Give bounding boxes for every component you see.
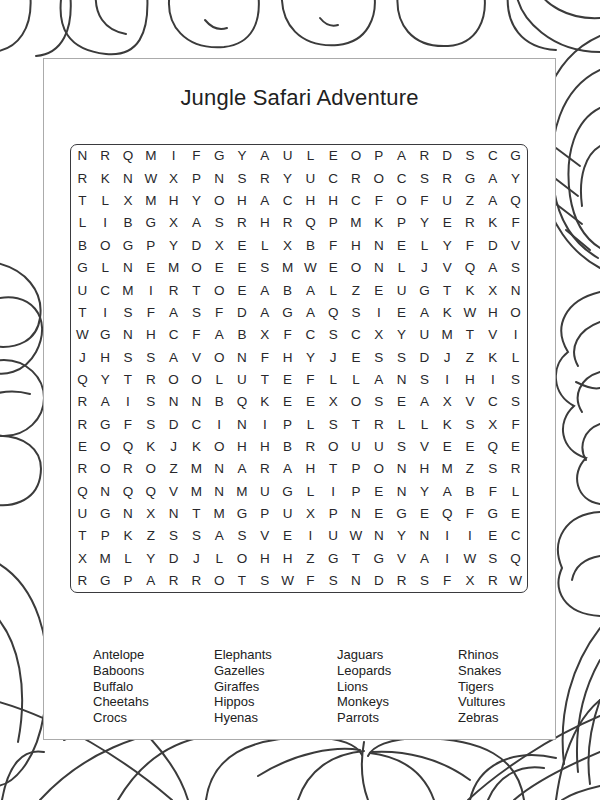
grid-cell: W (299, 257, 322, 279)
grid-cell: C (481, 391, 504, 413)
word-bank-item: Vultures (458, 694, 505, 710)
grid-cell: O (208, 570, 231, 592)
grid-cell: E (436, 212, 459, 234)
grid-cell: F (253, 346, 276, 368)
puzzle-card: Jungle Safari Adventure NRQMIFGYAULEOPAR… (43, 58, 556, 740)
grid-cell: C (345, 324, 368, 346)
grid-cell: E (299, 391, 322, 413)
word-bank-item: Snakes (458, 663, 505, 679)
grid-cell: G (139, 212, 162, 234)
grid-cell: E (390, 391, 413, 413)
grid-cell: Q (139, 480, 162, 502)
grid-cell: S (459, 145, 482, 167)
grid-cell: J (162, 436, 185, 458)
grid-cell: T (345, 547, 368, 569)
grid-cell: H (459, 369, 482, 391)
grid-cell: N (390, 369, 413, 391)
grid-cell: N (367, 525, 390, 547)
grid-cell: G (322, 547, 345, 569)
grid-cell: S (322, 413, 345, 435)
grid-cell: R (345, 167, 368, 189)
grid-cell: C (390, 167, 413, 189)
word-bank-item: Monkeys (337, 694, 391, 710)
grid-cell: Z (459, 190, 482, 212)
grid-cell: O (208, 436, 231, 458)
grid-cell: B (276, 279, 299, 301)
grid-cell: T (71, 525, 94, 547)
word-bank-item: Jaguars (337, 647, 391, 663)
grid-cell: N (162, 503, 185, 525)
grid-cell: H (345, 234, 368, 256)
grid-cell: E (413, 503, 436, 525)
grid-cell: S (231, 525, 254, 547)
grid-cell: O (345, 391, 368, 413)
grid-cell: L (322, 369, 345, 391)
grid-cell: P (94, 525, 117, 547)
grid-cell: I (436, 369, 459, 391)
grid-cell: R (94, 145, 117, 167)
grid-cell: Q (231, 391, 254, 413)
grid-cell: U (276, 145, 299, 167)
grid-cell: P (322, 503, 345, 525)
grid-cell: M (117, 279, 140, 301)
grid-cell: F (117, 413, 140, 435)
grid-cell: L (117, 547, 140, 569)
grid-cell: N (367, 257, 390, 279)
grid-cell: R (390, 570, 413, 592)
grid-cell: A (299, 279, 322, 301)
grid-cell: N (345, 570, 368, 592)
grid-cell: O (185, 257, 208, 279)
grid-cell: P (322, 212, 345, 234)
grid-cell: R (117, 458, 140, 480)
grid-cell: R (481, 570, 504, 592)
grid-cell: H (231, 190, 254, 212)
grid-cell: S (253, 257, 276, 279)
grid-cell: X (459, 570, 482, 592)
grid-cell: S (390, 436, 413, 458)
grid-cell: V (390, 547, 413, 569)
grid-cell: X (367, 324, 390, 346)
grid-cell: O (504, 301, 527, 323)
grid-cell: Q (299, 212, 322, 234)
grid-cell: A (253, 145, 276, 167)
grid-cell: I (436, 525, 459, 547)
grid-cell: H (276, 547, 299, 569)
grid-cell: M (185, 480, 208, 502)
grid-cell: G (504, 145, 527, 167)
word-bank-item: Zebras (458, 710, 505, 726)
grid-cell: R (504, 458, 527, 480)
grid-cell: E (208, 257, 231, 279)
grid-cell: R (71, 167, 94, 189)
grid-cell: L (390, 413, 413, 435)
grid-cell: Z (459, 346, 482, 368)
grid-cell: S (117, 301, 140, 323)
grid-cell: G (413, 279, 436, 301)
grid-cell: P (276, 413, 299, 435)
grid-cell: O (322, 436, 345, 458)
word-bank-column-4: RhinosSnakesTigersVulturesZebras (458, 647, 505, 726)
grid-cell: H (253, 547, 276, 569)
grid-cell: J (185, 547, 208, 569)
grid-cell: L (208, 369, 231, 391)
grid-cell: X (162, 167, 185, 189)
grid-cell: Y (299, 346, 322, 368)
grid-cell: S (413, 570, 436, 592)
grid-cell: S (139, 413, 162, 435)
grid-cell: P (345, 458, 368, 480)
grid-cell: B (231, 324, 254, 346)
grid-cell: U (322, 525, 345, 547)
word-bank-item: Gazelles (214, 663, 272, 679)
grid-cell: S (390, 346, 413, 368)
grid-cell: J (413, 257, 436, 279)
grid-cell: M (276, 257, 299, 279)
grid-cell: X (276, 234, 299, 256)
grid-cell: W (71, 324, 94, 346)
grid-cell: G (390, 503, 413, 525)
grid-cell: K (185, 436, 208, 458)
grid-cell: S (117, 346, 140, 368)
grid-cell: E (71, 436, 94, 458)
grid-cell: N (504, 279, 527, 301)
grid-cell: E (367, 503, 390, 525)
grid-cell: C (299, 324, 322, 346)
grid-cell: U (436, 190, 459, 212)
grid-cell: F (459, 503, 482, 525)
grid-cell: A (481, 257, 504, 279)
grid-cell: H (481, 301, 504, 323)
grid-cell: M (94, 547, 117, 569)
grid-cell: L (299, 145, 322, 167)
grid-cell: M (139, 145, 162, 167)
grid-cell: O (208, 279, 231, 301)
grid-cell: P (185, 167, 208, 189)
grid-cell: B (117, 212, 140, 234)
grid-cell: H (253, 212, 276, 234)
grid-cell: P (390, 212, 413, 234)
grid-cell: E (504, 503, 527, 525)
grid-cell: R (162, 570, 185, 592)
grid-cell: E (436, 436, 459, 458)
grid-cell: U (71, 279, 94, 301)
grid-cell: Q (71, 480, 94, 502)
grid-cell: R (253, 167, 276, 189)
grid-cell: I (208, 413, 231, 435)
grid-cell: C (481, 145, 504, 167)
grid-cell: Y (413, 480, 436, 502)
grid-cell: W (504, 570, 527, 592)
grid-cell: V (504, 234, 527, 256)
grid-cell: S (367, 391, 390, 413)
grid-cell: X (71, 547, 94, 569)
grid-cell: Z (459, 458, 482, 480)
grid-cell: N (71, 145, 94, 167)
grid-cell: F (459, 234, 482, 256)
grid-cell: G (481, 503, 504, 525)
grid-cell: O (94, 458, 117, 480)
grid-cell: T (185, 279, 208, 301)
grid-cell: X (117, 190, 140, 212)
grid-cell: Y (185, 190, 208, 212)
grid-cell: Q (117, 480, 140, 502)
grid-cell: T (71, 190, 94, 212)
grid-cell: O (231, 547, 254, 569)
word-bank-item: Baboons (93, 663, 149, 679)
grid-cell: E (481, 525, 504, 547)
grid-cell: E (459, 436, 482, 458)
grid-cell: S (139, 346, 162, 368)
grid-cell: J (71, 346, 94, 368)
grid-cell: B (276, 436, 299, 458)
grid-cell: Y (231, 145, 254, 167)
grid-cell: U (71, 503, 94, 525)
grid-cell: R (185, 570, 208, 592)
grid-cell: I (94, 212, 117, 234)
grid-cell: N (345, 503, 368, 525)
grid-cell: E (367, 279, 390, 301)
grid-cell: N (117, 167, 140, 189)
grid-cell: A (253, 279, 276, 301)
grid-cell: G (276, 480, 299, 502)
grid-cell: C (94, 279, 117, 301)
grid-cell: M (436, 458, 459, 480)
grid-cell: B (459, 480, 482, 502)
grid-cell: C (504, 525, 527, 547)
grid-cell: F (208, 301, 231, 323)
grid-cell: O (208, 346, 231, 368)
grid-cell: D (413, 346, 436, 368)
grid-cell: E (504, 436, 527, 458)
grid-cell: T (185, 503, 208, 525)
word-bank-item: Cheetahs (93, 694, 149, 710)
grid-cell: L (504, 346, 527, 368)
grid-cell: N (367, 234, 390, 256)
grid-cell: S (162, 525, 185, 547)
grid-cell: H (299, 190, 322, 212)
grid-cell: J (436, 346, 459, 368)
grid-cell: Z (162, 458, 185, 480)
grid-cell: F (299, 570, 322, 592)
word-bank-item: Lions (337, 679, 391, 695)
grid-cell: P (117, 570, 140, 592)
grid-cell: A (413, 301, 436, 323)
grid-cell: O (390, 190, 413, 212)
grid-cell: R (139, 369, 162, 391)
grid-cell: O (139, 458, 162, 480)
grid-cell: H (94, 346, 117, 368)
grid-cell: X (322, 391, 345, 413)
grid-cell: X (162, 212, 185, 234)
word-bank-item: Antelope (93, 647, 149, 663)
grid-cell: I (139, 279, 162, 301)
grid-cell: S (481, 458, 504, 480)
grid-cell: O (185, 369, 208, 391)
grid-cell: F (185, 145, 208, 167)
grid-cell: E (367, 480, 390, 502)
grid-cell: W (276, 570, 299, 592)
grid-cell: L (71, 212, 94, 234)
grid-cell: R (436, 167, 459, 189)
grid-cell: S (322, 324, 345, 346)
grid-cell: S (413, 167, 436, 189)
grid-cell: T (322, 458, 345, 480)
grid-cell: C (322, 167, 345, 189)
grid-cell: F (367, 190, 390, 212)
word-bank-item: Parrots (337, 710, 391, 726)
grid-cell: R (71, 570, 94, 592)
grid-cell: H (276, 346, 299, 368)
grid-cell: S (504, 257, 527, 279)
grid-cell: A (481, 167, 504, 189)
grid-cell: S (459, 413, 482, 435)
grid-cell: S (139, 391, 162, 413)
grid-cell: A (231, 458, 254, 480)
grid-cell: O (94, 234, 117, 256)
grid-cell: N (208, 480, 231, 502)
grid-cell: Z (139, 525, 162, 547)
grid-cell: Z (345, 279, 368, 301)
grid-cell: I (162, 145, 185, 167)
grid-cell: E (231, 257, 254, 279)
grid-cell: U (253, 480, 276, 502)
grid-cell: U (413, 324, 436, 346)
grid-cell: G (231, 503, 254, 525)
grid-cell: I (253, 413, 276, 435)
grid-cell: N (231, 413, 254, 435)
grid-cell: G (71, 257, 94, 279)
grid-cell: N (413, 525, 436, 547)
word-bank-item: Leopards (337, 663, 391, 679)
grid-cell: H (413, 458, 436, 480)
grid-cell: F (504, 212, 527, 234)
grid-cell: S (481, 547, 504, 569)
grid-cell: P (253, 503, 276, 525)
word-bank-item: Crocs (93, 710, 149, 726)
grid-cell: R (276, 212, 299, 234)
grid-cell: N (117, 324, 140, 346)
grid-cell: I (504, 324, 527, 346)
grid-cell: D (367, 570, 390, 592)
grid-cell: A (413, 547, 436, 569)
grid-cell: E (276, 525, 299, 547)
grid-cell: X (481, 413, 504, 435)
word-bank-column-3: JaguarsLeopardsLionsMonkeysParrots (337, 647, 391, 726)
grid-cell: K (367, 212, 390, 234)
word-bank-item: Hippos (214, 694, 272, 710)
grid-cell: I (299, 525, 322, 547)
grid-cell: C (345, 190, 368, 212)
grid-cell: U (231, 369, 254, 391)
grid-cell: Y (139, 547, 162, 569)
grid-cell: K (253, 391, 276, 413)
grid-cell: I (322, 480, 345, 502)
grid-cell: P (345, 480, 368, 502)
grid-cell: R (162, 279, 185, 301)
grid-cell: D (231, 301, 254, 323)
grid-cell: W (345, 525, 368, 547)
grid-cell: X (208, 234, 231, 256)
grid-cell: Q (436, 503, 459, 525)
grid-cell: A (436, 480, 459, 502)
grid-cell: L (322, 279, 345, 301)
grid-cell: R (299, 436, 322, 458)
grid-cell: L (390, 257, 413, 279)
grid-cell: L (413, 413, 436, 435)
grid-cell: S (208, 212, 231, 234)
grid-cell: W (459, 301, 482, 323)
grid-cell: T (117, 369, 140, 391)
grid-cell: Q (481, 436, 504, 458)
grid-cell: E (276, 369, 299, 391)
grid-cell: V (253, 525, 276, 547)
grid-cell: U (345, 436, 368, 458)
grid-cell: A (94, 391, 117, 413)
grid-cell: S (504, 391, 527, 413)
grid-cell: N (208, 167, 231, 189)
grid-cell: X (253, 324, 276, 346)
grid-cell: O (345, 145, 368, 167)
grid-cell: U (276, 503, 299, 525)
word-bank-item: Tigers (458, 679, 505, 695)
grid-cell: E (345, 346, 368, 368)
grid-cell: T (71, 301, 94, 323)
grid-cell: W (459, 547, 482, 569)
grid-cell: D (436, 145, 459, 167)
grid-cell: X (481, 279, 504, 301)
grid-cell: F (322, 234, 345, 256)
grid-cell: K (481, 346, 504, 368)
grid-cell: R (367, 413, 390, 435)
grid-cell: G (276, 301, 299, 323)
grid-cell: S (185, 301, 208, 323)
grid-cell: V (436, 257, 459, 279)
grid-cell: K (94, 167, 117, 189)
grid-cell: I (367, 301, 390, 323)
grid-cell: V (459, 391, 482, 413)
grid-cell: R (413, 145, 436, 167)
grid-cell: X (139, 503, 162, 525)
grid-cell: S (185, 525, 208, 547)
grid-cell: E (390, 301, 413, 323)
grid-cell: Q (459, 257, 482, 279)
grid-cell: R (231, 212, 254, 234)
grid-cell: R (459, 212, 482, 234)
grid-cell: M (162, 257, 185, 279)
grid-cell: A (367, 369, 390, 391)
grid-cell: S (413, 369, 436, 391)
grid-cell: L (504, 480, 527, 502)
grid-cell: A (390, 145, 413, 167)
grid-cell: Y (94, 369, 117, 391)
grid-cell: A (208, 324, 231, 346)
grid-cell: T (253, 369, 276, 391)
grid-cell: Z (299, 547, 322, 569)
grid-cell: L (94, 190, 117, 212)
grid-cell: U (299, 167, 322, 189)
grid-cell: P (367, 145, 390, 167)
grid-cell: Y (162, 234, 185, 256)
grid-cell: M (139, 190, 162, 212)
grid-cell: E (231, 279, 254, 301)
grid-cell: W (139, 167, 162, 189)
grid-cell: C (185, 413, 208, 435)
grid-cell: H (231, 436, 254, 458)
grid-cell: N (208, 458, 231, 480)
grid-cell: L (299, 480, 322, 502)
grid-cell: K (481, 212, 504, 234)
